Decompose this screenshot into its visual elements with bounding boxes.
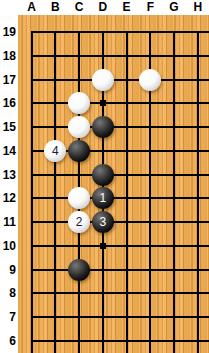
column-label-A: A bbox=[23, 0, 41, 15]
grid-line-horizontal-9 bbox=[31, 269, 209, 271]
grid-line-horizontal-6 bbox=[31, 340, 209, 342]
column-label-E: E bbox=[118, 0, 136, 15]
stone-black-C9[interactable] bbox=[68, 259, 90, 281]
row-label-14: 14 bbox=[0, 144, 16, 158]
star-point-D10 bbox=[100, 243, 106, 249]
grid-line-horizontal-10 bbox=[31, 245, 209, 247]
row-label-9: 9 bbox=[0, 263, 16, 277]
row-label-13: 13 bbox=[0, 168, 16, 182]
go-diagram: ABCDEFGH 191817161514131211109876 4213 bbox=[0, 0, 209, 353]
row-label-17: 17 bbox=[0, 73, 16, 87]
grid-line-horizontal-17 bbox=[31, 79, 209, 81]
row-label-18: 18 bbox=[0, 49, 16, 63]
stone-black-D12[interactable]: 1 bbox=[92, 187, 114, 209]
grid-line-horizontal-19 bbox=[31, 31, 209, 33]
column-label-F: F bbox=[141, 0, 159, 15]
row-label-10: 10 bbox=[0, 239, 16, 253]
grid-line-horizontal-7 bbox=[31, 316, 209, 318]
move-number-label: 2 bbox=[68, 211, 90, 233]
stone-black-D11[interactable]: 3 bbox=[92, 211, 114, 233]
grid-line-horizontal-12 bbox=[31, 197, 209, 199]
star-point-D16 bbox=[100, 100, 106, 106]
row-label-6: 6 bbox=[0, 334, 16, 348]
row-label-11: 11 bbox=[0, 215, 16, 229]
column-label-C: C bbox=[70, 0, 88, 15]
grid-line-horizontal-15 bbox=[31, 126, 209, 128]
grid-line-horizontal-16 bbox=[31, 102, 209, 104]
row-label-12: 12 bbox=[0, 191, 16, 205]
stone-black-C14[interactable] bbox=[68, 140, 90, 162]
grid-line-horizontal-18 bbox=[31, 55, 209, 57]
stone-black-D15[interactable] bbox=[92, 116, 114, 138]
stone-black-D13[interactable] bbox=[92, 164, 114, 186]
column-label-H: H bbox=[189, 0, 207, 15]
row-label-16: 16 bbox=[0, 96, 16, 110]
column-label-D: D bbox=[94, 0, 112, 15]
column-label-G: G bbox=[165, 0, 183, 15]
grid-line-horizontal-11 bbox=[31, 221, 209, 223]
move-number-label: 3 bbox=[92, 211, 114, 233]
move-number-label: 4 bbox=[44, 140, 66, 162]
move-number-label: 1 bbox=[92, 187, 114, 209]
row-label-15: 15 bbox=[0, 120, 16, 134]
column-label-B: B bbox=[46, 0, 64, 15]
grid-line-horizontal-13 bbox=[31, 174, 209, 176]
row-label-7: 7 bbox=[0, 310, 16, 324]
stone-white-C11[interactable]: 2 bbox=[68, 211, 90, 233]
row-label-8: 8 bbox=[0, 286, 16, 300]
stone-white-D17[interactable] bbox=[92, 69, 114, 91]
grid-line-horizontal-8 bbox=[31, 292, 209, 294]
stone-white-F17[interactable] bbox=[139, 69, 161, 91]
row-label-19: 19 bbox=[0, 25, 16, 39]
board-background bbox=[18, 15, 209, 353]
stone-white-B14[interactable]: 4 bbox=[44, 140, 66, 162]
